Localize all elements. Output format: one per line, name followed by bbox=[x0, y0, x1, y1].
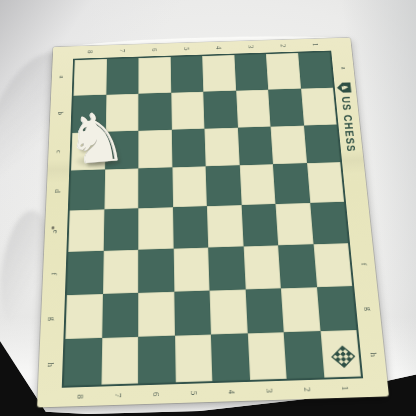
board-square[interactable] bbox=[106, 58, 138, 95]
board-square[interactable] bbox=[138, 291, 174, 337]
board-square[interactable] bbox=[236, 89, 271, 127]
board-square[interactable] bbox=[173, 206, 209, 248]
knight-shield-icon: ♞ bbox=[336, 82, 352, 93]
svg-text:♞: ♞ bbox=[339, 84, 349, 91]
board-square[interactable] bbox=[74, 59, 107, 96]
board-square[interactable] bbox=[210, 289, 248, 335]
board-square[interactable] bbox=[243, 245, 281, 289]
board-square[interactable] bbox=[102, 292, 138, 338]
board-square[interactable] bbox=[101, 337, 138, 385]
board-square[interactable] bbox=[203, 91, 237, 129]
board-square[interactable] bbox=[271, 125, 307, 164]
board-square[interactable] bbox=[245, 288, 284, 334]
board-square[interactable] bbox=[281, 287, 320, 333]
board-square[interactable] bbox=[234, 54, 268, 90]
board-square[interactable] bbox=[138, 129, 172, 168]
board-square[interactable] bbox=[301, 87, 337, 125]
board-square[interactable] bbox=[103, 250, 139, 294]
board-square[interactable] bbox=[202, 55, 236, 91]
board-square[interactable] bbox=[138, 168, 172, 209]
white-knight-piece[interactable]: ♞ bbox=[63, 101, 131, 176]
board-square[interactable] bbox=[138, 57, 170, 94]
checkered-diamond-logo bbox=[328, 341, 358, 373]
board-square[interactable] bbox=[241, 204, 278, 246]
board-square[interactable] bbox=[207, 205, 243, 247]
brand-text: US CHESS bbox=[339, 96, 357, 152]
board-square[interactable] bbox=[247, 332, 286, 380]
board-square[interactable] bbox=[278, 244, 316, 288]
board-mat: 87654321 87654321 abcdefgh abcdefgh ♞ US… bbox=[37, 38, 389, 408]
board-square[interactable] bbox=[307, 162, 344, 203]
board-square[interactable] bbox=[211, 334, 250, 382]
board-square[interactable] bbox=[138, 336, 175, 384]
board-square[interactable] bbox=[208, 246, 245, 290]
board-square[interactable] bbox=[171, 92, 205, 130]
board-square[interactable] bbox=[68, 209, 104, 251]
board-square[interactable] bbox=[284, 331, 324, 379]
board-square[interactable] bbox=[172, 167, 207, 208]
board-square[interactable] bbox=[206, 165, 242, 206]
board-square[interactable] bbox=[138, 248, 174, 292]
board-square[interactable] bbox=[275, 203, 313, 245]
board-square[interactable] bbox=[171, 128, 205, 167]
board-square[interactable] bbox=[170, 56, 203, 93]
board-square[interactable] bbox=[204, 127, 239, 166]
board-square[interactable] bbox=[65, 294, 102, 340]
board-square[interactable] bbox=[273, 163, 310, 204]
board-square[interactable] bbox=[175, 335, 213, 383]
chess-board: 87654321 87654321 abcdefgh abcdefgh ♞ US… bbox=[23, 0, 389, 407]
board-square[interactable] bbox=[67, 251, 103, 295]
board-square[interactable] bbox=[304, 124, 341, 163]
board-square[interactable] bbox=[237, 126, 272, 165]
board-square[interactable] bbox=[173, 247, 209, 291]
board-square[interactable] bbox=[138, 207, 173, 249]
board-square[interactable] bbox=[266, 53, 301, 89]
board-square[interactable] bbox=[313, 243, 352, 287]
board-square[interactable] bbox=[239, 164, 275, 205]
knight-glyph: ♞ bbox=[63, 98, 130, 179]
board-square[interactable] bbox=[268, 88, 303, 126]
board-square[interactable] bbox=[138, 93, 171, 131]
board-square[interactable] bbox=[317, 286, 357, 332]
board-square[interactable] bbox=[310, 202, 348, 244]
board-square[interactable] bbox=[174, 290, 211, 336]
board-square[interactable] bbox=[103, 208, 138, 250]
board-square[interactable] bbox=[64, 338, 102, 386]
board-square[interactable] bbox=[298, 52, 333, 88]
